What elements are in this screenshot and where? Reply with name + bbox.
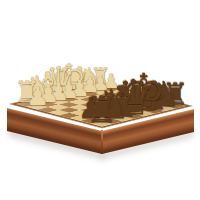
black-rook-a8[interactable]: ♜ xyxy=(86,91,118,127)
pieces-layer: ♜♞♝♛♚♝♞♜♟♟♟♟♟♟♟♟♟♟♟♟♟♟♟♟♜♞♝♛♚♝♞♜ xyxy=(0,0,200,200)
chess-set-photo: ♜♞♝♛♚♝♞♜♟♟♟♟♟♟♟♟♟♟♟♟♟♟♟♟♜♞♝♛♚♝♞♜ xyxy=(0,0,200,200)
white-pawn-a2[interactable]: ♟ xyxy=(26,84,49,110)
box-corner-edge xyxy=(101,130,103,154)
